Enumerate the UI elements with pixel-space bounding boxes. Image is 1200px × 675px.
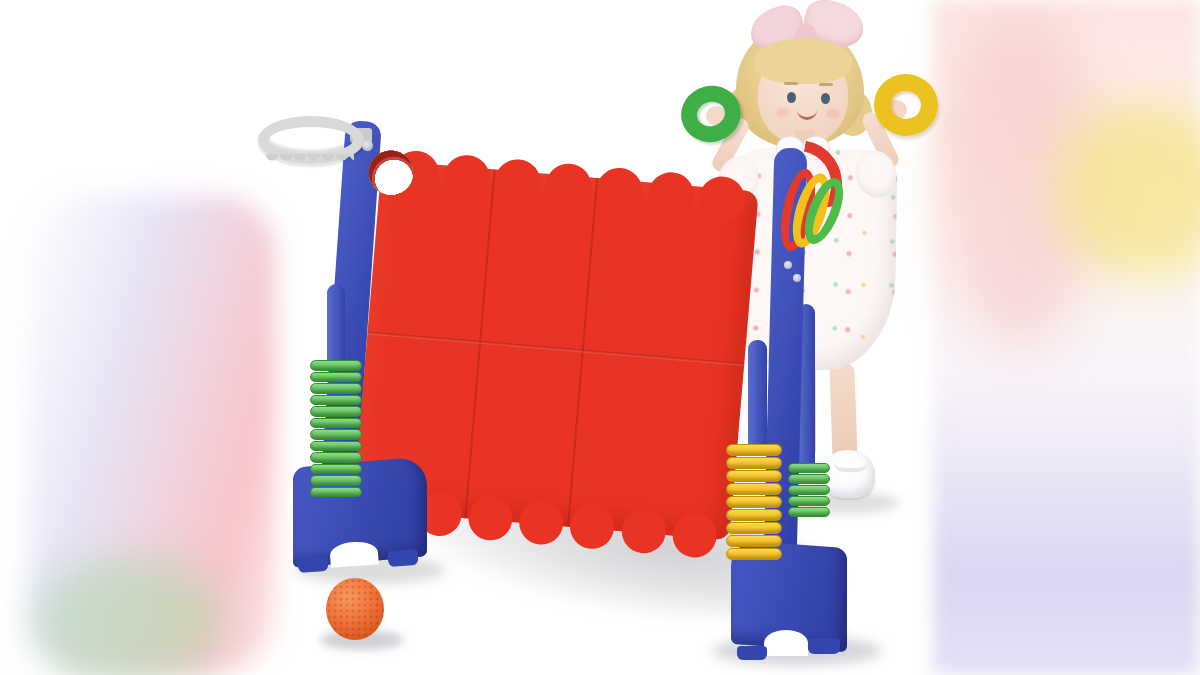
child-eye <box>821 93 830 104</box>
left-front-ring <box>310 372 362 383</box>
left-front-ring <box>310 487 362 498</box>
child-cheek <box>826 109 840 118</box>
right-base-arch <box>764 630 808 656</box>
ring-toss-post-left <box>327 284 345 370</box>
left-front-ring <box>310 429 362 440</box>
child-eye <box>787 92 796 103</box>
product-photo-scene <box>0 0 1200 675</box>
ring-toss-post-right-front <box>748 340 767 452</box>
right-front-ring <box>726 470 782 482</box>
right-front-ring <box>726 522 782 534</box>
child-leg <box>829 362 858 465</box>
background-glow-left-green <box>34 556 224 675</box>
child-eyebrow <box>784 82 798 85</box>
child-fringe <box>754 38 852 84</box>
left-front-ring <box>310 383 362 394</box>
right-front-ring <box>726 509 782 521</box>
left-front-ring <box>310 395 362 406</box>
right-rear-ring <box>788 485 830 495</box>
screw-icon <box>362 140 373 151</box>
left-front-ring <box>310 406 362 417</box>
left-front-ring <box>310 452 362 463</box>
right-front-ring <box>726 457 782 469</box>
basketball-hoop-scallops <box>266 154 354 167</box>
toy-basketball <box>326 578 384 640</box>
child-shoe <box>823 450 875 498</box>
right-front-ring <box>726 496 782 508</box>
child-cheek <box>776 108 790 117</box>
right-rear-ring <box>788 496 830 506</box>
left-front-ring <box>310 441 362 452</box>
right-base-foot <box>808 638 840 654</box>
screw-icon <box>793 274 801 282</box>
left-front-ring <box>310 360 362 371</box>
right-rear-ring <box>788 507 830 517</box>
right-rear-ring <box>788 474 830 484</box>
left-front-ring <box>310 464 362 475</box>
right-front-ring <box>726 548 782 560</box>
right-front-ring <box>726 535 782 547</box>
right-base-foot <box>737 646 767 660</box>
screw-icon <box>784 261 792 269</box>
right-front-ring <box>726 444 782 456</box>
child-eyebrow <box>819 83 833 86</box>
right-rear-ring <box>788 463 830 473</box>
child-shoe-strap <box>834 462 868 472</box>
left-front-ring <box>310 418 362 429</box>
left-base-foot <box>387 549 418 567</box>
left-base-foot <box>297 555 328 573</box>
left-front-ring <box>310 475 362 486</box>
right-front-ring <box>726 483 782 495</box>
